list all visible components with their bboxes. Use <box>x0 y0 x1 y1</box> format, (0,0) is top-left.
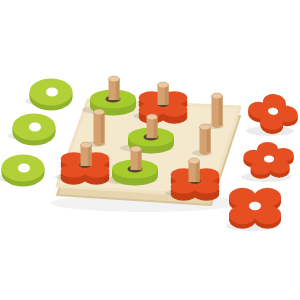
spare-green-ring-1[interactable] <box>25 79 73 111</box>
spare-red-flower-1[interactable] <box>246 91 300 138</box>
spare-red-flower-2[interactable] <box>241 142 294 182</box>
toy-photo-canvas <box>0 0 300 300</box>
peg-r1c2 <box>158 82 169 105</box>
spare-green-ring-2[interactable] <box>8 114 56 146</box>
cell-r2c3[interactable] <box>169 133 230 164</box>
cell-r1c3[interactable] <box>179 105 240 136</box>
spare-green-ring-3[interactable] <box>0 155 45 187</box>
cell-r3c3[interactable] <box>158 162 219 193</box>
board-grid <box>57 100 240 193</box>
peg-r1c1 <box>109 76 120 100</box>
spare-red-flower-3[interactable] <box>226 188 281 231</box>
